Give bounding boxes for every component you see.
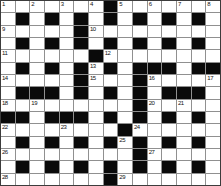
clue-number-26: 26 xyxy=(2,149,8,156)
cell-r2c11[interactable] xyxy=(162,26,176,37)
clue-number-24: 24 xyxy=(134,124,140,131)
cell-r2c10[interactable] xyxy=(148,26,162,37)
cell-r2c2[interactable] xyxy=(30,26,44,37)
cell-r12c10[interactable]: 27 xyxy=(148,149,162,160)
black-cell-r1c7 xyxy=(104,13,118,24)
cell-r6c1[interactable] xyxy=(16,75,30,86)
cell-r6c7[interactable] xyxy=(104,75,118,86)
cell-r10c1[interactable] xyxy=(16,124,30,135)
cell-r14c4[interactable] xyxy=(60,174,74,185)
cell-r14c8[interactable]: 29 xyxy=(118,174,132,185)
cell-r4c13[interactable] xyxy=(192,50,206,61)
clue-number-1: 1 xyxy=(2,1,5,8)
black-cell-r7c12 xyxy=(177,87,191,98)
black-cell-r13c3 xyxy=(45,161,59,172)
cell-r4c10[interactable] xyxy=(148,50,162,61)
clue-number-8: 8 xyxy=(207,1,210,8)
cell-r11c10[interactable] xyxy=(148,137,162,148)
cell-r8c5[interactable] xyxy=(74,100,88,111)
cell-r2c8[interactable] xyxy=(118,26,132,37)
black-cell-r7c5 xyxy=(74,87,88,98)
cell-r3c6[interactable] xyxy=(89,38,103,49)
black-cell-r11c5 xyxy=(74,137,88,148)
cell-r10c5[interactable] xyxy=(74,124,88,135)
cell-r10c10[interactable] xyxy=(148,124,162,135)
cell-r8c1[interactable] xyxy=(16,100,30,111)
cell-r3c8[interactable] xyxy=(118,38,132,49)
black-cell-r3c1 xyxy=(16,38,30,49)
clue-number-28: 28 xyxy=(2,174,8,181)
cell-r14c5[interactable] xyxy=(74,174,88,185)
cell-r6c6[interactable]: 15 xyxy=(89,75,103,86)
cell-r13c0[interactable] xyxy=(1,161,15,172)
crossword-board: 1234567891011121314151617181920212223242… xyxy=(0,0,221,186)
cell-r4c7[interactable]: 12 xyxy=(104,50,118,61)
black-cell-r9c9 xyxy=(133,112,147,123)
cell-r7c14[interactable] xyxy=(206,87,220,98)
cell-r4c8[interactable] xyxy=(118,50,132,61)
black-cell-r5c9 xyxy=(133,63,147,74)
clue-number-4: 4 xyxy=(90,1,93,8)
cell-r13c4[interactable] xyxy=(60,161,74,172)
cell-r14c12[interactable] xyxy=(177,174,191,185)
black-cell-r6c9 xyxy=(133,75,147,86)
black-cell-r1c1 xyxy=(16,13,30,24)
cell-r4c3[interactable] xyxy=(45,50,59,61)
cell-r13c14[interactable] xyxy=(206,161,220,172)
black-cell-r7c9 xyxy=(133,87,147,98)
cell-r2c1[interactable] xyxy=(16,26,30,37)
cell-r2c0[interactable]: 9 xyxy=(1,26,15,37)
cell-r14c14[interactable] xyxy=(206,174,220,185)
cell-r10c6[interactable] xyxy=(89,124,103,135)
clue-number-7: 7 xyxy=(178,1,181,8)
cell-r11c6[interactable] xyxy=(89,137,103,148)
black-cell-r9c11 xyxy=(162,112,176,123)
cell-r10c13[interactable] xyxy=(192,124,206,135)
black-cell-r3c11 xyxy=(162,38,176,49)
clue-number-9: 9 xyxy=(2,26,5,33)
black-cell-r5c10 xyxy=(148,63,162,74)
cell-r11c2[interactable] xyxy=(30,137,44,148)
clue-number-17: 17 xyxy=(207,75,213,82)
black-cell-r13c9 xyxy=(133,161,147,172)
black-cell-r3c13 xyxy=(192,38,206,49)
black-cell-r14c7 xyxy=(104,174,118,185)
cell-r7c8[interactable] xyxy=(118,87,132,98)
cell-r6c11[interactable] xyxy=(162,75,176,86)
cell-r8c6[interactable] xyxy=(89,100,103,111)
cell-r10c2[interactable] xyxy=(30,124,44,135)
cell-r8c14[interactable] xyxy=(206,100,220,111)
cell-r2c14[interactable] xyxy=(206,26,220,37)
black-cell-r0c7 xyxy=(104,1,118,12)
cell-r14c6[interactable] xyxy=(89,174,103,185)
black-cell-r9c0 xyxy=(1,112,15,123)
cell-r1c6[interactable] xyxy=(89,13,103,24)
clue-number-29: 29 xyxy=(119,174,125,181)
clue-number-19: 19 xyxy=(31,100,37,107)
cell-r12c2[interactable] xyxy=(30,149,44,160)
cell-r3c0[interactable] xyxy=(1,38,15,49)
black-cell-r11c13 xyxy=(192,137,206,148)
cell-r10c7[interactable] xyxy=(104,124,118,135)
black-cell-r13c1 xyxy=(16,161,30,172)
black-cell-r1c13 xyxy=(192,13,206,24)
cell-r6c3[interactable] xyxy=(45,75,59,86)
cell-r5c0[interactable] xyxy=(1,63,15,74)
black-cell-r5c5 xyxy=(74,63,88,74)
clue-number-20: 20 xyxy=(149,100,155,107)
cell-r0c3[interactable] xyxy=(45,1,59,12)
cell-r0c5[interactable] xyxy=(74,1,88,12)
cell-r9c2[interactable] xyxy=(30,112,44,123)
cell-r4c1[interactable] xyxy=(16,50,30,61)
cell-r13c12[interactable] xyxy=(177,161,191,172)
cell-r1c8[interactable] xyxy=(118,13,132,24)
cell-r10c4[interactable]: 23 xyxy=(60,124,74,135)
clue-number-12: 12 xyxy=(105,50,111,57)
cell-r4c9[interactable] xyxy=(133,50,147,61)
cell-r8c7[interactable] xyxy=(104,100,118,111)
cell-r10c3[interactable] xyxy=(45,124,59,135)
black-cell-r7c11 xyxy=(162,87,176,98)
cell-r8c10[interactable]: 20 xyxy=(148,100,162,111)
cell-r8c2[interactable]: 19 xyxy=(30,100,44,111)
cell-r4c0[interactable]: 11 xyxy=(1,50,15,61)
cell-r9c10[interactable] xyxy=(148,112,162,123)
cell-r14c2[interactable] xyxy=(30,174,44,185)
cell-r0c12[interactable]: 7 xyxy=(177,1,191,12)
cell-r7c0[interactable] xyxy=(1,87,15,98)
cell-r14c9[interactable] xyxy=(133,174,147,185)
cell-r14c10[interactable] xyxy=(148,174,162,185)
cell-r0c4[interactable]: 3 xyxy=(60,1,74,12)
black-cell-r5c3 xyxy=(45,63,59,74)
cell-r1c12[interactable] xyxy=(177,13,191,24)
cell-r3c4[interactable] xyxy=(60,38,74,49)
cell-r6c8[interactable] xyxy=(118,75,132,86)
cell-r8c13[interactable] xyxy=(192,100,206,111)
black-cell-r4c6 xyxy=(89,50,103,61)
cell-r14c13[interactable] xyxy=(192,174,206,185)
cell-r10c11[interactable] xyxy=(162,124,176,135)
cell-r5c4[interactable] xyxy=(60,63,74,74)
clue-number-25: 25 xyxy=(119,137,125,144)
cell-r8c8[interactable] xyxy=(118,100,132,111)
black-cell-r10c8 xyxy=(118,124,132,135)
black-cell-r6c5 xyxy=(74,75,88,86)
cell-r5c12[interactable] xyxy=(177,63,191,74)
cell-r3c14[interactable] xyxy=(206,38,220,49)
cell-r5c6[interactable]: 13 xyxy=(89,63,103,74)
black-cell-r1c5 xyxy=(74,13,88,24)
black-cell-r7c2 xyxy=(30,87,44,98)
cell-r8c11[interactable] xyxy=(162,100,176,111)
clue-number-14: 14 xyxy=(2,75,8,82)
cell-r2c4[interactable] xyxy=(60,26,74,37)
clue-number-6: 6 xyxy=(149,1,152,8)
cell-r11c0[interactable] xyxy=(1,137,15,148)
cell-r8c0[interactable]: 18 xyxy=(1,100,15,111)
black-cell-r11c9 xyxy=(133,137,147,148)
cell-r0c6[interactable]: 4 xyxy=(89,1,103,12)
black-cell-r9c3 xyxy=(45,112,59,123)
cell-r14c11[interactable] xyxy=(162,174,176,185)
cell-r10c9[interactable]: 24 xyxy=(133,124,147,135)
cell-r12c1[interactable] xyxy=(16,149,30,160)
cell-r12c8[interactable] xyxy=(118,149,132,160)
cell-r3c2[interactable] xyxy=(30,38,44,49)
cell-r2c6[interactable]: 10 xyxy=(89,26,103,37)
black-cell-r13c11 xyxy=(162,161,176,172)
black-cell-r9c5 xyxy=(74,112,88,123)
cell-r14c1[interactable] xyxy=(16,174,30,185)
cell-r1c4[interactable] xyxy=(60,13,74,24)
black-cell-r3c5 xyxy=(74,38,88,49)
clue-number-27: 27 xyxy=(149,149,155,156)
cell-r2c12[interactable] xyxy=(177,26,191,37)
cell-r14c3[interactable] xyxy=(45,174,59,185)
cell-r6c12[interactable] xyxy=(177,75,191,86)
black-cell-r1c11 xyxy=(162,13,176,24)
cell-r7c6[interactable] xyxy=(89,87,103,98)
cell-r4c2[interactable] xyxy=(30,50,44,61)
cell-r0c9[interactable] xyxy=(133,1,147,12)
cell-r0c8[interactable]: 5 xyxy=(118,1,132,12)
cell-r6c10[interactable]: 16 xyxy=(148,75,162,86)
black-cell-r9c1 xyxy=(16,112,30,123)
cell-r10c12[interactable] xyxy=(177,124,191,135)
black-cell-r13c13 xyxy=(192,161,206,172)
black-cell-r7c7 xyxy=(104,87,118,98)
black-cell-r3c7 xyxy=(104,38,118,49)
cell-r12c11[interactable] xyxy=(162,149,176,160)
cell-r4c12[interactable] xyxy=(177,50,191,61)
cell-r10c0[interactable]: 22 xyxy=(1,124,15,135)
cell-r12c12[interactable] xyxy=(177,149,191,160)
cell-r6c14[interactable]: 17 xyxy=(206,75,220,86)
cell-r11c12[interactable] xyxy=(177,137,191,148)
cell-r3c10[interactable] xyxy=(148,38,162,49)
black-cell-r1c9 xyxy=(133,13,147,24)
clue-number-2: 2 xyxy=(31,1,34,8)
cell-r8c3[interactable] xyxy=(45,100,59,111)
clue-number-11: 11 xyxy=(2,50,7,57)
cell-r0c11[interactable] xyxy=(162,1,176,12)
cell-r9c14[interactable] xyxy=(206,112,220,123)
clue-number-22: 22 xyxy=(2,124,8,131)
cell-r12c4[interactable] xyxy=(60,149,74,160)
cell-r10c14[interactable] xyxy=(206,124,220,135)
cell-r2c3[interactable] xyxy=(45,26,59,37)
clue-number-3: 3 xyxy=(61,1,64,8)
cell-r9c8[interactable] xyxy=(118,112,132,123)
cell-r5c2[interactable] xyxy=(30,63,44,74)
black-cell-r5c7 xyxy=(104,63,118,74)
cell-r0c2[interactable]: 2 xyxy=(30,1,44,12)
clue-number-10: 10 xyxy=(90,26,96,33)
cell-r4c5[interactable] xyxy=(74,50,88,61)
cell-r8c12[interactable]: 21 xyxy=(177,100,191,111)
cell-r0c14[interactable]: 8 xyxy=(206,1,220,12)
clue-number-21: 21 xyxy=(178,100,184,107)
cell-r11c8[interactable]: 25 xyxy=(118,137,132,148)
black-cell-r9c4 xyxy=(60,112,74,123)
cell-r7c4[interactable] xyxy=(60,87,74,98)
cell-r3c12[interactable] xyxy=(177,38,191,49)
black-cell-r3c3 xyxy=(45,38,59,49)
clue-number-23: 23 xyxy=(61,124,67,131)
black-cell-r5c1 xyxy=(16,63,30,74)
cell-r2c13[interactable] xyxy=(192,26,206,37)
cell-r7c10[interactable] xyxy=(148,87,162,98)
cell-r13c10[interactable] xyxy=(148,161,162,172)
clue-number-15: 15 xyxy=(90,75,96,82)
black-cell-r7c3 xyxy=(45,87,59,98)
cell-r13c6[interactable] xyxy=(89,161,103,172)
cell-r2c9[interactable] xyxy=(133,26,147,37)
cell-r11c4[interactable] xyxy=(60,137,74,148)
cell-r12c6[interactable] xyxy=(89,149,103,160)
clue-number-18: 18 xyxy=(2,100,8,107)
cell-r13c2[interactable] xyxy=(30,161,44,172)
cell-r6c2[interactable] xyxy=(30,75,44,86)
cell-r12c13[interactable] xyxy=(192,149,206,160)
cell-r6c4[interactable] xyxy=(60,75,74,86)
black-cell-r11c3 xyxy=(45,137,59,148)
cell-r11c14[interactable] xyxy=(206,137,220,148)
black-cell-r7c1 xyxy=(16,87,30,98)
clue-number-5: 5 xyxy=(119,1,122,8)
clue-number-16: 16 xyxy=(149,75,155,82)
cell-r5c8[interactable] xyxy=(118,63,132,74)
cell-r12c3[interactable] xyxy=(45,149,59,160)
cell-r9c12[interactable] xyxy=(177,112,191,123)
black-cell-r7c13 xyxy=(192,87,206,98)
cell-r13c8[interactable] xyxy=(118,161,132,172)
black-cell-r11c11 xyxy=(162,137,176,148)
cell-r4c14[interactable] xyxy=(206,50,220,61)
black-cell-r5c11 xyxy=(162,63,176,74)
black-cell-r13c5 xyxy=(74,161,88,172)
cell-r1c2[interactable] xyxy=(30,13,44,24)
black-cell-r9c7 xyxy=(104,112,118,123)
cell-r0c1[interactable] xyxy=(16,1,30,12)
cell-r8c4[interactable] xyxy=(60,100,74,111)
cell-r4c4[interactable] xyxy=(60,50,74,61)
cell-r4c11[interactable] xyxy=(162,50,176,61)
black-cell-r11c1 xyxy=(16,137,30,148)
cell-r12c7[interactable] xyxy=(104,149,118,160)
black-cell-r5c13 xyxy=(192,63,206,74)
black-cell-r9c13 xyxy=(192,112,206,123)
black-cell-r13c7 xyxy=(104,161,118,172)
clue-number-13: 13 xyxy=(90,63,96,70)
cell-r0c0[interactable]: 1 xyxy=(1,1,15,12)
cell-r6c13[interactable] xyxy=(192,75,206,86)
cell-r12c5[interactable] xyxy=(74,149,88,160)
cell-r14c0[interactable]: 28 xyxy=(1,174,15,185)
black-cell-r1c3 xyxy=(45,13,59,24)
cell-r1c10[interactable] xyxy=(148,13,162,24)
black-cell-r11c7 xyxy=(104,137,118,148)
black-cell-r5c14 xyxy=(206,63,220,74)
cell-r9c6[interactable] xyxy=(89,112,103,123)
cell-r12c14[interactable] xyxy=(206,149,220,160)
cell-r0c10[interactable]: 6 xyxy=(148,1,162,12)
black-cell-r2c5 xyxy=(74,26,88,37)
cell-r0c13[interactable] xyxy=(192,1,206,12)
black-cell-r12c9 xyxy=(133,149,147,160)
cell-r12c0[interactable]: 26 xyxy=(1,149,15,160)
cell-r2c7[interactable] xyxy=(104,26,118,37)
cell-r6c0[interactable]: 14 xyxy=(1,75,15,86)
black-cell-r3c9 xyxy=(133,38,147,49)
black-cell-r8c9 xyxy=(133,100,147,111)
cell-r1c0[interactable] xyxy=(1,13,15,24)
cell-r1c14[interactable] xyxy=(206,13,220,24)
